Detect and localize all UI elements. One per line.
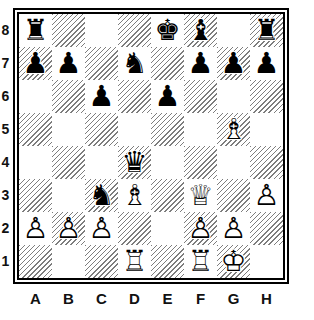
file-label-b: B [52,289,85,309]
black-pawn-icon: ♟ [151,80,184,113]
square-h7: ♟♟ [250,47,283,80]
piece-black-pawn: ♟♟ [250,47,283,80]
square-e2 [151,212,184,245]
black-bishop-icon: ♝ [184,14,217,47]
square-g7: ♟♟ [217,47,250,80]
rank-label-3: 3 [0,179,11,212]
piece-white-pawn: ♟♙ [217,212,250,245]
white-pawn-icon: ♙ [250,179,283,212]
square-f4 [184,146,217,179]
black-rook-icon: ♜ [250,14,283,47]
square-h8: ♜♜ [250,14,283,47]
piece-black-pawn: ♟♟ [19,47,52,80]
piece-white-pawn: ♟♙ [184,212,217,245]
square-h5 [250,113,283,146]
piece-black-rook: ♜♜ [19,14,52,47]
file-label-d: D [118,289,151,309]
square-h2 [250,212,283,245]
white-rook-icon: ♖ [184,245,217,278]
black-king-icon: ♚ [151,14,184,47]
square-a1 [19,245,52,278]
black-pawn-icon: ♟ [184,47,217,80]
file-label-c: C [85,289,118,309]
square-a3 [19,179,52,212]
rank-label-1: 1 [0,245,11,278]
square-f2: ♟♙ [184,212,217,245]
square-a6 [19,80,52,113]
white-pawn-icon: ♙ [52,212,85,245]
file-label-h: H [250,289,283,309]
square-e8: ♚♚ [151,14,184,47]
piece-black-king: ♚♚ [151,14,184,47]
board-frame: ♜♜♚♚♝♝♜♜♟♟♟♟♞♞♟♟♟♟♟♟♟♟♟♟♝♗♛♛♞♞♝♗♛♕♟♙♟♙♟♙… [13,8,289,284]
square-f6 [184,80,217,113]
square-c8 [85,14,118,47]
square-d5 [118,113,151,146]
square-d1: ♜♖ [118,245,151,278]
black-pawn-icon: ♟ [52,47,85,80]
piece-black-pawn: ♟♟ [85,80,118,113]
black-pawn-icon: ♟ [19,47,52,80]
square-h1 [250,245,283,278]
white-pawn-icon: ♙ [19,212,52,245]
square-b5 [52,113,85,146]
piece-white-rook: ♜♖ [118,245,151,278]
square-e5 [151,113,184,146]
white-bishop-icon: ♗ [118,179,151,212]
piece-white-queen: ♛♕ [184,179,217,212]
piece-black-pawn: ♟♟ [217,47,250,80]
square-b3 [52,179,85,212]
square-c6: ♟♟ [85,80,118,113]
square-f3: ♛♕ [184,179,217,212]
square-e7 [151,47,184,80]
square-c3: ♞♞ [85,179,118,212]
white-king-icon: ♔ [217,245,250,278]
square-a4 [19,146,52,179]
rank-label-8: 8 [0,14,11,47]
file-label-g: G [217,289,250,309]
square-d3: ♝♗ [118,179,151,212]
piece-black-knight: ♞♞ [118,47,151,80]
white-rook-icon: ♖ [118,245,151,278]
piece-white-bishop: ♝♗ [118,179,151,212]
square-f1: ♜♖ [184,245,217,278]
square-e1 [151,245,184,278]
piece-white-king: ♚♔ [217,245,250,278]
square-b1 [52,245,85,278]
square-a8: ♜♜ [19,14,52,47]
square-f8: ♝♝ [184,14,217,47]
white-pawn-icon: ♙ [217,212,250,245]
square-c2: ♟♙ [85,212,118,245]
square-b6 [52,80,85,113]
square-f5 [184,113,217,146]
rank-label-5: 5 [0,113,11,146]
rank-label-4: 4 [0,146,11,179]
white-pawn-icon: ♙ [85,212,118,245]
square-h4 [250,146,283,179]
square-e3 [151,179,184,212]
rank-label-2: 2 [0,212,11,245]
square-c7 [85,47,118,80]
square-a7: ♟♟ [19,47,52,80]
square-g1: ♚♔ [217,245,250,278]
square-f7: ♟♟ [184,47,217,80]
square-d2 [118,212,151,245]
square-c5 [85,113,118,146]
piece-white-pawn: ♟♙ [52,212,85,245]
square-g5: ♝♗ [217,113,250,146]
piece-white-pawn: ♟♙ [19,212,52,245]
chess-diagram: 87654321 ♜♜♚♚♝♝♜♜♟♟♟♟♞♞♟♟♟♟♟♟♟♟♟♟♝♗♛♛♞♞♝… [0,0,314,320]
square-g8 [217,14,250,47]
black-pawn-icon: ♟ [217,47,250,80]
square-a5 [19,113,52,146]
square-b7: ♟♟ [52,47,85,80]
square-g4 [217,146,250,179]
file-label-f: F [184,289,217,309]
piece-white-bishop: ♝♗ [217,113,250,146]
square-d6 [118,80,151,113]
square-g2: ♟♙ [217,212,250,245]
white-queen-icon: ♕ [184,179,217,212]
square-h3: ♟♙ [250,179,283,212]
piece-black-pawn: ♟♟ [52,47,85,80]
square-a2: ♟♙ [19,212,52,245]
rank-label-7: 7 [0,47,11,80]
square-b8 [52,14,85,47]
square-c1 [85,245,118,278]
chess-board: ♜♜♚♚♝♝♜♜♟♟♟♟♞♞♟♟♟♟♟♟♟♟♟♟♝♗♛♛♞♞♝♗♛♕♟♙♟♙♟♙… [17,12,285,280]
square-d4: ♛♛ [118,146,151,179]
square-d7: ♞♞ [118,47,151,80]
white-bishop-icon: ♗ [217,113,250,146]
square-b4 [52,146,85,179]
file-label-e: E [151,289,184,309]
black-knight-icon: ♞ [118,47,151,80]
square-e4 [151,146,184,179]
white-pawn-icon: ♙ [184,212,217,245]
rank-label-6: 6 [0,80,11,113]
square-g3 [217,179,250,212]
piece-black-pawn: ♟♟ [184,47,217,80]
piece-black-rook: ♜♜ [250,14,283,47]
piece-white-pawn: ♟♙ [250,179,283,212]
black-rook-icon: ♜ [19,14,52,47]
black-knight-icon: ♞ [85,179,118,212]
piece-black-pawn: ♟♟ [151,80,184,113]
square-b2: ♟♙ [52,212,85,245]
file-label-a: A [19,289,52,309]
piece-white-rook: ♜♖ [184,245,217,278]
piece-black-queen: ♛♛ [118,146,151,179]
black-pawn-icon: ♟ [250,47,283,80]
black-queen-icon: ♛ [118,146,151,179]
piece-black-knight: ♞♞ [85,179,118,212]
black-pawn-icon: ♟ [85,80,118,113]
square-g6 [217,80,250,113]
square-h6 [250,80,283,113]
square-e6: ♟♟ [151,80,184,113]
piece-white-pawn: ♟♙ [85,212,118,245]
piece-black-bishop: ♝♝ [184,14,217,47]
square-d8 [118,14,151,47]
square-c4 [85,146,118,179]
